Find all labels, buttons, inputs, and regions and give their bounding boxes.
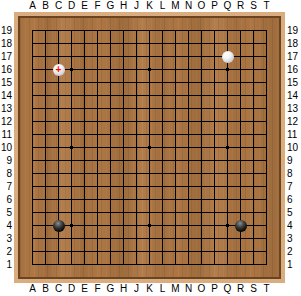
intersection-T2[interactable]	[260, 245, 273, 258]
intersection-J18[interactable]	[130, 37, 143, 50]
intersection-K3[interactable]	[143, 232, 156, 245]
intersection-R1[interactable]	[234, 258, 247, 271]
intersection-T14[interactable]	[260, 89, 273, 102]
intersection-Q3[interactable]	[221, 232, 234, 245]
intersection-A14[interactable]	[26, 89, 39, 102]
intersection-O14[interactable]	[195, 89, 208, 102]
intersection-C5[interactable]	[52, 206, 65, 219]
intersection-Q11[interactable]	[221, 128, 234, 141]
intersection-K1[interactable]	[143, 258, 156, 271]
intersection-A13[interactable]	[26, 102, 39, 115]
intersection-R13[interactable]	[234, 102, 247, 115]
intersection-M4[interactable]	[169, 219, 182, 232]
intersection-A12[interactable]	[26, 115, 39, 128]
intersection-A8[interactable]	[26, 167, 39, 180]
intersection-T5[interactable]	[260, 206, 273, 219]
intersection-T13[interactable]	[260, 102, 273, 115]
intersection-H10[interactable]	[117, 141, 130, 154]
intersection-K13[interactable]	[143, 102, 156, 115]
intersection-N19[interactable]	[182, 24, 195, 37]
intersection-F13[interactable]	[91, 102, 104, 115]
intersection-C10[interactable]	[52, 141, 65, 154]
intersection-Q19[interactable]	[221, 24, 234, 37]
intersection-C11[interactable]	[52, 128, 65, 141]
intersection-J1[interactable]	[130, 258, 143, 271]
intersection-R15[interactable]	[234, 76, 247, 89]
intersection-R6[interactable]	[234, 193, 247, 206]
intersection-H4[interactable]	[117, 219, 130, 232]
intersection-T3[interactable]	[260, 232, 273, 245]
intersection-F14[interactable]	[91, 89, 104, 102]
intersection-P11[interactable]	[208, 128, 221, 141]
intersection-H13[interactable]	[117, 102, 130, 115]
intersection-A9[interactable]	[26, 154, 39, 167]
intersection-C7[interactable]	[52, 180, 65, 193]
intersection-K17[interactable]	[143, 50, 156, 63]
intersection-H3[interactable]	[117, 232, 130, 245]
intersection-P14[interactable]	[208, 89, 221, 102]
intersection-G9[interactable]	[104, 154, 117, 167]
intersection-P8[interactable]	[208, 167, 221, 180]
intersection-E2[interactable]	[78, 245, 91, 258]
intersection-B10[interactable]	[39, 141, 52, 154]
intersection-D15[interactable]	[65, 76, 78, 89]
intersection-B17[interactable]	[39, 50, 52, 63]
intersection-Q5[interactable]	[221, 206, 234, 219]
intersection-R11[interactable]	[234, 128, 247, 141]
intersection-G10[interactable]	[104, 141, 117, 154]
intersection-O17[interactable]	[195, 50, 208, 63]
intersection-E6[interactable]	[78, 193, 91, 206]
intersection-M18[interactable]	[169, 37, 182, 50]
intersection-N17[interactable]	[182, 50, 195, 63]
intersection-H16[interactable]	[117, 63, 130, 76]
intersection-B11[interactable]	[39, 128, 52, 141]
intersection-M15[interactable]	[169, 76, 182, 89]
intersection-D5[interactable]	[65, 206, 78, 219]
intersection-F12[interactable]	[91, 115, 104, 128]
intersection-C6[interactable]	[52, 193, 65, 206]
intersection-H19[interactable]	[117, 24, 130, 37]
intersection-G3[interactable]	[104, 232, 117, 245]
intersection-R19[interactable]	[234, 24, 247, 37]
intersection-C9[interactable]	[52, 154, 65, 167]
intersection-O1[interactable]	[195, 258, 208, 271]
intersection-H6[interactable]	[117, 193, 130, 206]
intersection-T18[interactable]	[260, 37, 273, 50]
intersection-T6[interactable]	[260, 193, 273, 206]
intersection-L6[interactable]	[156, 193, 169, 206]
intersection-H11[interactable]	[117, 128, 130, 141]
intersection-N10[interactable]	[182, 141, 195, 154]
intersection-T11[interactable]	[260, 128, 273, 141]
intersection-O6[interactable]	[195, 193, 208, 206]
intersection-S8[interactable]	[247, 167, 260, 180]
intersection-S4[interactable]	[247, 219, 260, 232]
intersection-H15[interactable]	[117, 76, 130, 89]
intersection-E1[interactable]	[78, 258, 91, 271]
intersection-J2[interactable]	[130, 245, 143, 258]
intersection-G19[interactable]	[104, 24, 117, 37]
intersection-R17[interactable]	[234, 50, 247, 63]
intersection-M8[interactable]	[169, 167, 182, 180]
intersection-L15[interactable]	[156, 76, 169, 89]
intersection-A19[interactable]	[26, 24, 39, 37]
intersection-L10[interactable]	[156, 141, 169, 154]
intersection-Q8[interactable]	[221, 167, 234, 180]
intersection-P9[interactable]	[208, 154, 221, 167]
intersection-P17[interactable]	[208, 50, 221, 63]
intersection-D17[interactable]	[65, 50, 78, 63]
intersection-F4[interactable]	[91, 219, 104, 232]
intersection-C3[interactable]	[52, 232, 65, 245]
intersection-S11[interactable]	[247, 128, 260, 141]
intersection-N4[interactable]	[182, 219, 195, 232]
intersection-S6[interactable]	[247, 193, 260, 206]
intersection-P15[interactable]	[208, 76, 221, 89]
intersection-T16[interactable]	[260, 63, 273, 76]
intersection-A16[interactable]	[26, 63, 39, 76]
intersection-J15[interactable]	[130, 76, 143, 89]
intersection-G8[interactable]	[104, 167, 117, 180]
intersection-J19[interactable]	[130, 24, 143, 37]
intersection-A3[interactable]	[26, 232, 39, 245]
intersection-E9[interactable]	[78, 154, 91, 167]
intersection-A4[interactable]	[26, 219, 39, 232]
intersection-E13[interactable]	[78, 102, 91, 115]
intersection-S19[interactable]	[247, 24, 260, 37]
intersection-Q1[interactable]	[221, 258, 234, 271]
intersection-F7[interactable]	[91, 180, 104, 193]
intersection-P4[interactable]	[208, 219, 221, 232]
intersection-N6[interactable]	[182, 193, 195, 206]
intersection-A11[interactable]	[26, 128, 39, 141]
intersection-F5[interactable]	[91, 206, 104, 219]
intersection-E10[interactable]	[78, 141, 91, 154]
intersection-Q6[interactable]	[221, 193, 234, 206]
intersection-Q12[interactable]	[221, 115, 234, 128]
intersection-K19[interactable]	[143, 24, 156, 37]
intersection-T1[interactable]	[260, 258, 273, 271]
intersection-H7[interactable]	[117, 180, 130, 193]
intersection-G7[interactable]	[104, 180, 117, 193]
intersection-F8[interactable]	[91, 167, 104, 180]
intersection-P6[interactable]	[208, 193, 221, 206]
intersection-A18[interactable]	[26, 37, 39, 50]
intersection-M10[interactable]	[169, 141, 182, 154]
intersection-S5[interactable]	[247, 206, 260, 219]
intersection-J14[interactable]	[130, 89, 143, 102]
intersection-C1[interactable]	[52, 258, 65, 271]
intersection-D9[interactable]	[65, 154, 78, 167]
intersection-M1[interactable]	[169, 258, 182, 271]
intersection-L4[interactable]	[156, 219, 169, 232]
intersection-C8[interactable]	[52, 167, 65, 180]
intersection-T19[interactable]	[260, 24, 273, 37]
intersection-H1[interactable]	[117, 258, 130, 271]
intersection-M2[interactable]	[169, 245, 182, 258]
intersection-T7[interactable]	[260, 180, 273, 193]
intersection-F3[interactable]	[91, 232, 104, 245]
intersection-B18[interactable]	[39, 37, 52, 50]
intersection-C19[interactable]	[52, 24, 65, 37]
intersection-P18[interactable]	[208, 37, 221, 50]
intersection-F1[interactable]	[91, 258, 104, 271]
intersection-L16[interactable]	[156, 63, 169, 76]
intersection-S14[interactable]	[247, 89, 260, 102]
intersection-N16[interactable]	[182, 63, 195, 76]
intersection-E19[interactable]	[78, 24, 91, 37]
intersection-L18[interactable]	[156, 37, 169, 50]
intersection-B15[interactable]	[39, 76, 52, 89]
intersection-F10[interactable]	[91, 141, 104, 154]
intersection-P2[interactable]	[208, 245, 221, 258]
intersection-F19[interactable]	[91, 24, 104, 37]
intersection-O11[interactable]	[195, 128, 208, 141]
intersection-S2[interactable]	[247, 245, 260, 258]
intersection-G11[interactable]	[104, 128, 117, 141]
intersection-N5[interactable]	[182, 206, 195, 219]
intersection-N13[interactable]	[182, 102, 195, 115]
intersection-L7[interactable]	[156, 180, 169, 193]
intersection-L13[interactable]	[156, 102, 169, 115]
intersection-B6[interactable]	[39, 193, 52, 206]
intersection-G18[interactable]	[104, 37, 117, 50]
intersection-C15[interactable]	[52, 76, 65, 89]
intersection-J4[interactable]	[130, 219, 143, 232]
intersection-A15[interactable]	[26, 76, 39, 89]
intersection-C12[interactable]	[52, 115, 65, 128]
intersection-L12[interactable]	[156, 115, 169, 128]
intersection-B4[interactable]	[39, 219, 52, 232]
intersection-N2[interactable]	[182, 245, 195, 258]
intersection-G5[interactable]	[104, 206, 117, 219]
intersection-M3[interactable]	[169, 232, 182, 245]
intersection-O19[interactable]	[195, 24, 208, 37]
intersection-S10[interactable]	[247, 141, 260, 154]
intersection-H5[interactable]	[117, 206, 130, 219]
intersection-E18[interactable]	[78, 37, 91, 50]
intersection-F11[interactable]	[91, 128, 104, 141]
intersection-N7[interactable]	[182, 180, 195, 193]
intersection-M6[interactable]	[169, 193, 182, 206]
intersection-E16[interactable]	[78, 63, 91, 76]
intersection-N12[interactable]	[182, 115, 195, 128]
intersection-H14[interactable]	[117, 89, 130, 102]
intersection-P5[interactable]	[208, 206, 221, 219]
intersection-Q15[interactable]	[221, 76, 234, 89]
intersection-G16[interactable]	[104, 63, 117, 76]
intersection-K14[interactable]	[143, 89, 156, 102]
intersection-J7[interactable]	[130, 180, 143, 193]
intersection-B3[interactable]	[39, 232, 52, 245]
intersection-J17[interactable]	[130, 50, 143, 63]
intersection-L3[interactable]	[156, 232, 169, 245]
intersection-K7[interactable]	[143, 180, 156, 193]
intersection-C17[interactable]	[52, 50, 65, 63]
intersection-E7[interactable]	[78, 180, 91, 193]
intersection-B5[interactable]	[39, 206, 52, 219]
intersection-T15[interactable]	[260, 76, 273, 89]
intersection-J12[interactable]	[130, 115, 143, 128]
intersection-G6[interactable]	[104, 193, 117, 206]
intersection-D19[interactable]	[65, 24, 78, 37]
intersection-C2[interactable]	[52, 245, 65, 258]
intersection-S17[interactable]	[247, 50, 260, 63]
intersection-B7[interactable]	[39, 180, 52, 193]
intersection-O18[interactable]	[195, 37, 208, 50]
intersection-C18[interactable]	[52, 37, 65, 50]
intersection-N1[interactable]	[182, 258, 195, 271]
intersection-J6[interactable]	[130, 193, 143, 206]
intersection-L2[interactable]	[156, 245, 169, 258]
intersection-G15[interactable]	[104, 76, 117, 89]
intersection-G14[interactable]	[104, 89, 117, 102]
intersection-N15[interactable]	[182, 76, 195, 89]
intersection-T10[interactable]	[260, 141, 273, 154]
intersection-C14[interactable]	[52, 89, 65, 102]
intersection-A5[interactable]	[26, 206, 39, 219]
intersection-O12[interactable]	[195, 115, 208, 128]
intersection-T17[interactable]	[260, 50, 273, 63]
intersection-D2[interactable]	[65, 245, 78, 258]
intersection-J8[interactable]	[130, 167, 143, 180]
intersection-B14[interactable]	[39, 89, 52, 102]
intersection-M7[interactable]	[169, 180, 182, 193]
intersection-B16[interactable]	[39, 63, 52, 76]
intersection-N9[interactable]	[182, 154, 195, 167]
intersection-O10[interactable]	[195, 141, 208, 154]
intersection-B2[interactable]	[39, 245, 52, 258]
intersection-D3[interactable]	[65, 232, 78, 245]
intersection-C13[interactable]	[52, 102, 65, 115]
intersection-B12[interactable]	[39, 115, 52, 128]
intersection-R14[interactable]	[234, 89, 247, 102]
intersection-R18[interactable]	[234, 37, 247, 50]
intersection-B1[interactable]	[39, 258, 52, 271]
intersection-M5[interactable]	[169, 206, 182, 219]
intersection-T4[interactable]	[260, 219, 273, 232]
intersection-J11[interactable]	[130, 128, 143, 141]
intersection-M11[interactable]	[169, 128, 182, 141]
intersection-S9[interactable]	[247, 154, 260, 167]
intersection-R10[interactable]	[234, 141, 247, 154]
intersection-O7[interactable]	[195, 180, 208, 193]
intersection-B13[interactable]	[39, 102, 52, 115]
intersection-E14[interactable]	[78, 89, 91, 102]
intersection-D6[interactable]	[65, 193, 78, 206]
intersection-H12[interactable]	[117, 115, 130, 128]
intersection-O16[interactable]	[195, 63, 208, 76]
intersection-K5[interactable]	[143, 206, 156, 219]
intersection-S12[interactable]	[247, 115, 260, 128]
intersection-H18[interactable]	[117, 37, 130, 50]
intersection-Q9[interactable]	[221, 154, 234, 167]
intersection-S16[interactable]	[247, 63, 260, 76]
intersection-S1[interactable]	[247, 258, 260, 271]
intersection-A1[interactable]	[26, 258, 39, 271]
intersection-L1[interactable]	[156, 258, 169, 271]
intersection-L8[interactable]	[156, 167, 169, 180]
intersection-K6[interactable]	[143, 193, 156, 206]
intersection-R7[interactable]	[234, 180, 247, 193]
intersection-K8[interactable]	[143, 167, 156, 180]
intersection-T8[interactable]	[260, 167, 273, 180]
intersection-N18[interactable]	[182, 37, 195, 50]
intersection-P19[interactable]	[208, 24, 221, 37]
intersection-M13[interactable]	[169, 102, 182, 115]
intersection-A7[interactable]	[26, 180, 39, 193]
intersection-J5[interactable]	[130, 206, 143, 219]
intersection-M16[interactable]	[169, 63, 182, 76]
intersection-Q18[interactable]	[221, 37, 234, 50]
intersection-A17[interactable]	[26, 50, 39, 63]
intersection-L9[interactable]	[156, 154, 169, 167]
intersection-A10[interactable]	[26, 141, 39, 154]
intersection-L17[interactable]	[156, 50, 169, 63]
intersection-G2[interactable]	[104, 245, 117, 258]
intersection-O9[interactable]	[195, 154, 208, 167]
intersection-P16[interactable]	[208, 63, 221, 76]
intersection-S7[interactable]	[247, 180, 260, 193]
intersection-G1[interactable]	[104, 258, 117, 271]
intersection-B8[interactable]	[39, 167, 52, 180]
intersection-R5[interactable]	[234, 206, 247, 219]
intersection-O5[interactable]	[195, 206, 208, 219]
intersection-J13[interactable]	[130, 102, 143, 115]
intersection-O3[interactable]	[195, 232, 208, 245]
intersection-O8[interactable]	[195, 167, 208, 180]
intersection-J9[interactable]	[130, 154, 143, 167]
intersection-K11[interactable]	[143, 128, 156, 141]
intersection-K9[interactable]	[143, 154, 156, 167]
intersection-Q14[interactable]	[221, 89, 234, 102]
intersection-E11[interactable]	[78, 128, 91, 141]
intersection-R8[interactable]	[234, 167, 247, 180]
intersection-K18[interactable]	[143, 37, 156, 50]
intersection-O4[interactable]	[195, 219, 208, 232]
intersection-R9[interactable]	[234, 154, 247, 167]
intersection-R16[interactable]	[234, 63, 247, 76]
intersection-D14[interactable]	[65, 89, 78, 102]
intersection-R3[interactable]	[234, 232, 247, 245]
intersection-B9[interactable]	[39, 154, 52, 167]
intersection-L5[interactable]	[156, 206, 169, 219]
intersection-P1[interactable]	[208, 258, 221, 271]
intersection-S3[interactable]	[247, 232, 260, 245]
intersection-R2[interactable]	[234, 245, 247, 258]
intersection-M19[interactable]	[169, 24, 182, 37]
intersection-O13[interactable]	[195, 102, 208, 115]
intersection-G4[interactable]	[104, 219, 117, 232]
intersection-H8[interactable]	[117, 167, 130, 180]
intersection-G13[interactable]	[104, 102, 117, 115]
intersection-F6[interactable]	[91, 193, 104, 206]
intersection-E5[interactable]	[78, 206, 91, 219]
intersection-S18[interactable]	[247, 37, 260, 50]
intersection-K12[interactable]	[143, 115, 156, 128]
intersection-H17[interactable]	[117, 50, 130, 63]
intersection-Q13[interactable]	[221, 102, 234, 115]
intersection-S13[interactable]	[247, 102, 260, 115]
intersection-D18[interactable]	[65, 37, 78, 50]
intersection-O2[interactable]	[195, 245, 208, 258]
intersection-P7[interactable]	[208, 180, 221, 193]
intersection-M12[interactable]	[169, 115, 182, 128]
intersection-D11[interactable]	[65, 128, 78, 141]
intersection-B19[interactable]	[39, 24, 52, 37]
intersection-F2[interactable]	[91, 245, 104, 258]
